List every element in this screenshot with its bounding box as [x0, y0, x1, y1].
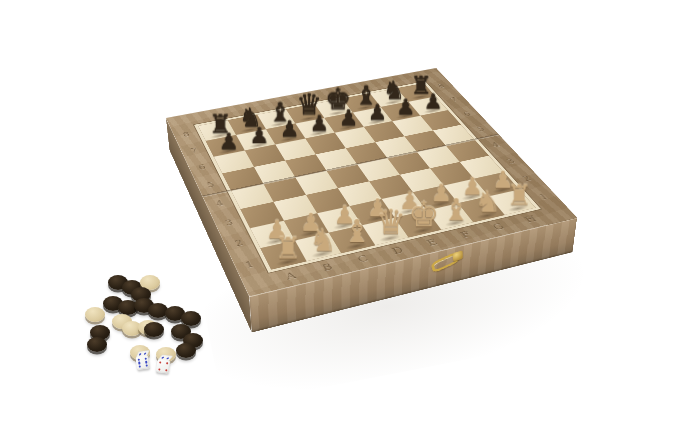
checker-disc-dark[interactable]	[144, 322, 164, 337]
die-pip	[162, 365, 165, 368]
die-front-face	[156, 359, 170, 373]
checker-disc-light[interactable]	[85, 307, 105, 322]
die-pip	[142, 364, 145, 367]
die-1[interactable]	[135, 350, 152, 371]
die-front-face	[135, 355, 150, 370]
accessories-layer	[0, 0, 680, 425]
die-pip	[141, 361, 144, 364]
checker-disc-dark[interactable]	[87, 337, 107, 352]
die-pip	[161, 368, 164, 371]
die-pip	[165, 369, 168, 372]
checker-disc-dark[interactable]	[176, 343, 196, 358]
die-2[interactable]	[156, 354, 173, 375]
die-pip	[145, 364, 148, 367]
die-pip	[165, 365, 168, 368]
die-pip	[145, 361, 148, 364]
product-photo-canvas: ♜♞♝♛♚♝♞♜♟♟♟♟♟♟♟♟♟♟♟♟♟♟♟♟♜♞♝♛♚♝♞♜ 8765432…	[0, 0, 680, 425]
